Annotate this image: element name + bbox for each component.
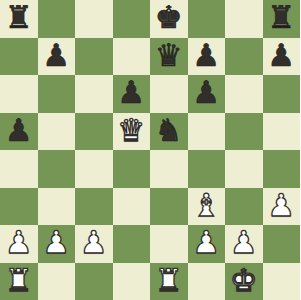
piece-black-rook[interactable]: ♜ — [267, 0, 295, 37]
piece-black-pawn[interactable]: ♟ — [192, 75, 220, 112]
piece-black-pawn[interactable]: ♟ — [192, 38, 220, 75]
square-b7[interactable]: ♟ — [38, 38, 76, 76]
piece-black-king[interactable]: ♚ — [155, 0, 183, 37]
square-a2[interactable]: ♟ — [0, 225, 38, 263]
square-g5[interactable] — [225, 113, 263, 151]
piece-black-queen[interactable]: ♛ — [155, 38, 183, 75]
square-h2[interactable] — [263, 225, 301, 263]
square-d3[interactable] — [113, 188, 151, 226]
square-d8[interactable] — [113, 0, 151, 38]
square-a8[interactable]: ♜ — [0, 0, 38, 38]
piece-white-pawn[interactable]: ♟ — [42, 225, 70, 262]
square-f8[interactable] — [188, 0, 226, 38]
square-d4[interactable] — [113, 150, 151, 188]
square-d5[interactable]: ♛ — [113, 113, 151, 151]
square-f6[interactable]: ♟ — [188, 75, 226, 113]
piece-black-pawn[interactable]: ♟ — [42, 38, 70, 75]
square-e1[interactable]: ♜ — [150, 263, 188, 300]
square-f3[interactable]: ♝ — [188, 188, 226, 226]
square-h5[interactable] — [263, 113, 301, 151]
piece-white-pawn[interactable]: ♟ — [267, 188, 295, 225]
piece-white-bishop[interactable]: ♝ — [192, 188, 220, 225]
square-e6[interactable] — [150, 75, 188, 113]
piece-white-queen[interactable]: ♛ — [117, 113, 145, 150]
square-c8[interactable] — [75, 0, 113, 38]
square-f4[interactable] — [188, 150, 226, 188]
square-g1[interactable]: ♚ — [225, 263, 263, 300]
piece-black-pawn[interactable]: ♟ — [117, 75, 145, 112]
square-f7[interactable]: ♟ — [188, 38, 226, 76]
piece-white-pawn[interactable]: ♟ — [80, 225, 108, 262]
square-e5[interactable]: ♞ — [150, 113, 188, 151]
square-c1[interactable] — [75, 263, 113, 300]
square-a7[interactable] — [0, 38, 38, 76]
square-h6[interactable] — [263, 75, 301, 113]
square-e4[interactable] — [150, 150, 188, 188]
square-c4[interactable] — [75, 150, 113, 188]
square-g3[interactable] — [225, 188, 263, 226]
square-d1[interactable] — [113, 263, 151, 300]
square-b6[interactable] — [38, 75, 76, 113]
square-a3[interactable] — [0, 188, 38, 226]
square-b1[interactable] — [38, 263, 76, 300]
piece-white-pawn[interactable]: ♟ — [230, 225, 258, 262]
piece-white-rook[interactable]: ♜ — [155, 263, 183, 300]
piece-white-pawn[interactable]: ♟ — [5, 225, 33, 262]
square-h8[interactable]: ♜ — [263, 0, 301, 38]
square-g8[interactable] — [225, 0, 263, 38]
square-a6[interactable] — [0, 75, 38, 113]
square-a1[interactable]: ♜ — [0, 263, 38, 300]
square-d7[interactable] — [113, 38, 151, 76]
square-f1[interactable] — [188, 263, 226, 300]
square-g6[interactable] — [225, 75, 263, 113]
square-a5[interactable]: ♟ — [0, 113, 38, 151]
piece-black-rook[interactable]: ♜ — [5, 0, 33, 37]
piece-black-knight[interactable]: ♞ — [155, 113, 183, 150]
square-e7[interactable]: ♛ — [150, 38, 188, 76]
piece-white-king[interactable]: ♚ — [230, 263, 258, 300]
square-b4[interactable] — [38, 150, 76, 188]
square-f2[interactable]: ♟ — [188, 225, 226, 263]
square-b5[interactable] — [38, 113, 76, 151]
square-h7[interactable]: ♟ — [263, 38, 301, 76]
piece-black-pawn[interactable]: ♟ — [5, 113, 33, 150]
square-e2[interactable] — [150, 225, 188, 263]
square-h3[interactable]: ♟ — [263, 188, 301, 226]
square-e8[interactable]: ♚ — [150, 0, 188, 38]
chess-board: ♜♚♜♟♛♟♟♟♟♟♛♞♝♟♟♟♟♟♟♜♜♚ — [0, 0, 300, 300]
square-g4[interactable] — [225, 150, 263, 188]
square-d2[interactable] — [113, 225, 151, 263]
square-h4[interactable] — [263, 150, 301, 188]
square-b2[interactable]: ♟ — [38, 225, 76, 263]
square-c6[interactable] — [75, 75, 113, 113]
square-h1[interactable] — [263, 263, 301, 300]
square-c2[interactable]: ♟ — [75, 225, 113, 263]
square-f5[interactable] — [188, 113, 226, 151]
piece-black-pawn[interactable]: ♟ — [267, 38, 295, 75]
square-e3[interactable] — [150, 188, 188, 226]
piece-white-pawn[interactable]: ♟ — [192, 225, 220, 262]
square-c3[interactable] — [75, 188, 113, 226]
square-c7[interactable] — [75, 38, 113, 76]
square-g7[interactable] — [225, 38, 263, 76]
square-g2[interactable]: ♟ — [225, 225, 263, 263]
square-a4[interactable] — [0, 150, 38, 188]
square-b8[interactable] — [38, 0, 76, 38]
square-c5[interactable] — [75, 113, 113, 151]
square-b3[interactable] — [38, 188, 76, 226]
square-d6[interactable]: ♟ — [113, 75, 151, 113]
piece-white-rook[interactable]: ♜ — [5, 263, 33, 300]
